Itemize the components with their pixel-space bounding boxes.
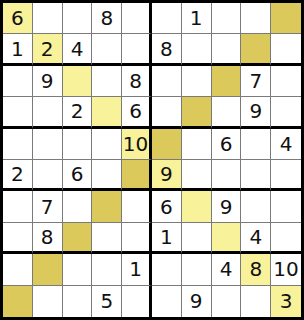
cell-r8c5[interactable]: [122, 223, 152, 254]
cell-r4c3[interactable]: 2: [63, 97, 93, 128]
cell-r5c8[interactable]: 6: [212, 129, 242, 160]
cell-r9c3[interactable]: [63, 254, 93, 285]
cell-r8c1[interactable]: [3, 223, 33, 254]
cell-r6c4[interactable]: [92, 160, 122, 191]
cell-r6c7[interactable]: [182, 160, 212, 191]
cell-r5c7[interactable]: [182, 129, 212, 160]
cell-r10c9[interactable]: [241, 286, 271, 317]
cell-r3c5[interactable]: 8: [122, 66, 152, 97]
cell-r7c2[interactable]: 7: [33, 191, 63, 222]
cell-r4c6[interactable]: [152, 97, 182, 128]
cell-r5c1[interactable]: [3, 129, 33, 160]
cell-r10c1[interactable]: [3, 286, 33, 317]
cell-r2c1[interactable]: 1: [3, 34, 33, 65]
sudoku-board: 6811248987269106426976981414810593: [0, 0, 304, 320]
cell-r6c3[interactable]: 6: [63, 160, 93, 191]
cell-r10c2[interactable]: [33, 286, 63, 317]
cell-r2c5[interactable]: [122, 34, 152, 65]
cell-r5c2[interactable]: [33, 129, 63, 160]
cell-r3c9[interactable]: 7: [241, 66, 271, 97]
cell-r1c10[interactable]: [271, 3, 301, 34]
cell-r10c6[interactable]: [152, 286, 182, 317]
cell-r8c8[interactable]: [212, 223, 242, 254]
cell-r7c5[interactable]: [122, 191, 152, 222]
cell-r1c2[interactable]: [33, 3, 63, 34]
cell-r2c4[interactable]: [92, 34, 122, 65]
cell-r9c4[interactable]: [92, 254, 122, 285]
cell-r6c9[interactable]: [241, 160, 271, 191]
cell-r3c4[interactable]: [92, 66, 122, 97]
cell-r8c3[interactable]: [63, 223, 93, 254]
cell-r3c1[interactable]: [3, 66, 33, 97]
cell-r8c2[interactable]: 8: [33, 223, 63, 254]
cell-r3c10[interactable]: [271, 66, 301, 97]
cell-r1c1[interactable]: 6: [3, 3, 33, 34]
cell-r8c7[interactable]: [182, 223, 212, 254]
cell-r9c7[interactable]: [182, 254, 212, 285]
cell-r4c8[interactable]: [212, 97, 242, 128]
cell-r6c1[interactable]: 2: [3, 160, 33, 191]
cell-r10c10[interactable]: 3: [271, 286, 301, 317]
cell-r5c9[interactable]: [241, 129, 271, 160]
cell-r8c4[interactable]: [92, 223, 122, 254]
cell-r5c3[interactable]: [63, 129, 93, 160]
cell-r4c10[interactable]: [271, 97, 301, 128]
cell-r4c1[interactable]: [3, 97, 33, 128]
cell-r7c8[interactable]: 9: [212, 191, 242, 222]
cell-r4c5[interactable]: 6: [122, 97, 152, 128]
cell-r7c4[interactable]: [92, 191, 122, 222]
cell-r7c7[interactable]: [182, 191, 212, 222]
cell-r1c4[interactable]: 8: [92, 3, 122, 34]
cell-r9c1[interactable]: [3, 254, 33, 285]
cell-r7c1[interactable]: [3, 191, 33, 222]
cell-r10c7[interactable]: 9: [182, 286, 212, 317]
cell-r2c7[interactable]: [182, 34, 212, 65]
cell-r1c6[interactable]: [152, 3, 182, 34]
cell-r2c8[interactable]: [212, 34, 242, 65]
cell-r9c5[interactable]: 1: [122, 254, 152, 285]
cell-r10c3[interactable]: [63, 286, 93, 317]
cell-r4c9[interactable]: 9: [241, 97, 271, 128]
cell-r10c8[interactable]: [212, 286, 242, 317]
cell-r6c8[interactable]: [212, 160, 242, 191]
cell-r9c9[interactable]: 8: [241, 254, 271, 285]
cell-r10c5[interactable]: [122, 286, 152, 317]
cell-r6c5[interactable]: [122, 160, 152, 191]
cell-r6c6[interactable]: 9: [152, 160, 182, 191]
cell-r10c4[interactable]: 5: [92, 286, 122, 317]
cell-r2c2[interactable]: 2: [33, 34, 63, 65]
cell-r1c5[interactable]: [122, 3, 152, 34]
cell-r2c6[interactable]: 8: [152, 34, 182, 65]
cell-r4c2[interactable]: [33, 97, 63, 128]
cell-r8c9[interactable]: 4: [241, 223, 271, 254]
cell-r4c4[interactable]: [92, 97, 122, 128]
cell-r7c9[interactable]: [241, 191, 271, 222]
cell-r2c10[interactable]: [271, 34, 301, 65]
cell-r9c2[interactable]: [33, 254, 63, 285]
cell-r5c10[interactable]: 4: [271, 129, 301, 160]
cell-r5c4[interactable]: [92, 129, 122, 160]
cell-r1c8[interactable]: [212, 3, 242, 34]
cell-r3c7[interactable]: [182, 66, 212, 97]
cell-r6c2[interactable]: [33, 160, 63, 191]
cell-r8c10[interactable]: [271, 223, 301, 254]
cell-r7c6[interactable]: 6: [152, 191, 182, 222]
cell-r3c6[interactable]: [152, 66, 182, 97]
cell-r3c8[interactable]: [212, 66, 242, 97]
cell-r7c10[interactable]: [271, 191, 301, 222]
cell-r4c7[interactable]: [182, 97, 212, 128]
cell-r9c8[interactable]: 4: [212, 254, 242, 285]
cell-r9c10[interactable]: 10: [271, 254, 301, 285]
cell-r5c5[interactable]: 10: [122, 129, 152, 160]
cell-r3c2[interactable]: 9: [33, 66, 63, 97]
cell-r5c6[interactable]: [152, 129, 182, 160]
cell-r6c10[interactable]: [271, 160, 301, 191]
cell-r1c7[interactable]: 1: [182, 3, 212, 34]
cell-r1c3[interactable]: [63, 3, 93, 34]
cell-r3c3[interactable]: [63, 66, 93, 97]
cell-r2c3[interactable]: 4: [63, 34, 93, 65]
cell-r2c9[interactable]: [241, 34, 271, 65]
cell-r9c6[interactable]: [152, 254, 182, 285]
cell-r8c6[interactable]: 1: [152, 223, 182, 254]
cell-r1c9[interactable]: [241, 3, 271, 34]
cell-r7c3[interactable]: [63, 191, 93, 222]
